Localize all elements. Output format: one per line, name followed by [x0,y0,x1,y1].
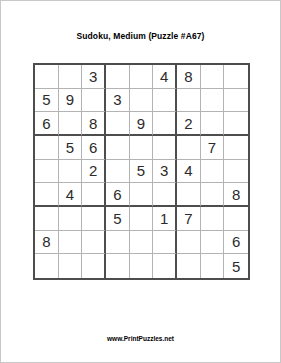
cell-r3c1: 6 [35,112,59,136]
cell-r9c1 [35,254,59,278]
cell-r3c4 [106,112,130,136]
cell-r9c7 [177,254,201,278]
cell-r7c3 [82,207,106,231]
cell-r5c2 [59,160,83,184]
cell-r4c9 [224,136,248,160]
cell-r1c5 [130,65,154,89]
cell-r9c8 [201,254,225,278]
cell-r5c4 [106,160,130,184]
cell-r2c5 [130,89,154,113]
cell-r2c4: 3 [106,89,130,113]
puzzle-title: Sudoku, Medium (Puzzle #A67) [1,31,280,41]
cell-r8c7 [177,231,201,255]
cell-r4c2: 5 [59,136,83,160]
cell-r9c5 [130,254,154,278]
printable-puzzle-page: Sudoku, Medium (Puzzle #A67) 34859368925… [0,0,281,363]
cell-r6c6 [153,183,177,207]
cell-r6c7 [177,183,201,207]
cell-r9c3 [82,254,106,278]
cell-r8c8 [201,231,225,255]
cell-r2c2: 9 [59,89,83,113]
cell-r5c3: 2 [82,160,106,184]
cell-r2c8 [201,89,225,113]
cell-r7c4: 5 [106,207,130,231]
cell-r7c7: 7 [177,207,201,231]
cell-r8c5 [130,231,154,255]
cell-r8c4 [106,231,130,255]
cell-r1c4 [106,65,130,89]
cell-r5c8 [201,160,225,184]
cell-r2c1: 5 [35,89,59,113]
cell-r5c9 [224,160,248,184]
cell-r8c2 [59,231,83,255]
cell-r1c1 [35,65,59,89]
cell-r1c7: 8 [177,65,201,89]
cell-r9c4 [106,254,130,278]
cell-r6c8 [201,183,225,207]
cell-r6c9: 8 [224,183,248,207]
cell-r5c7: 4 [177,160,201,184]
sudoku-grid: 34859368925672534468517865 [33,63,250,280]
cell-r9c6 [153,254,177,278]
cell-r2c6 [153,89,177,113]
cell-r6c5 [130,183,154,207]
cell-r1c8 [201,65,225,89]
cell-r2c7 [177,89,201,113]
cell-r6c3 [82,183,106,207]
cell-r3c7: 2 [177,112,201,136]
cell-r7c1 [35,207,59,231]
cell-r4c6 [153,136,177,160]
cell-r4c8: 7 [201,136,225,160]
cell-r7c6: 1 [153,207,177,231]
cell-r1c2 [59,65,83,89]
cell-r7c9 [224,207,248,231]
cell-r6c1 [35,183,59,207]
cell-r9c9: 5 [224,254,248,278]
cell-r1c3: 3 [82,65,106,89]
cell-r5c6: 3 [153,160,177,184]
cell-r7c5 [130,207,154,231]
cell-r1c9 [224,65,248,89]
cell-r1c6: 4 [153,65,177,89]
cell-r2c3 [82,89,106,113]
cell-r8c9: 6 [224,231,248,255]
cell-r8c1: 8 [35,231,59,255]
cell-r7c8 [201,207,225,231]
cell-r8c3 [82,231,106,255]
cell-r4c5 [130,136,154,160]
cell-r8c6 [153,231,177,255]
cell-r4c3: 6 [82,136,106,160]
cell-r4c7 [177,136,201,160]
cell-r6c4: 6 [106,183,130,207]
cell-r3c2 [59,112,83,136]
cell-r4c1 [35,136,59,160]
cell-r3c6 [153,112,177,136]
cell-r2c9 [224,89,248,113]
cell-r5c1 [35,160,59,184]
cell-r5c5: 5 [130,160,154,184]
cell-r9c2 [59,254,83,278]
footer-url: www.PrintPuzzles.net [1,335,280,342]
cell-r7c2 [59,207,83,231]
cell-r4c4 [106,136,130,160]
cell-r3c5: 9 [130,112,154,136]
cell-r3c3: 8 [82,112,106,136]
cell-r6c2: 4 [59,183,83,207]
cell-r3c8 [201,112,225,136]
cell-r3c9 [224,112,248,136]
